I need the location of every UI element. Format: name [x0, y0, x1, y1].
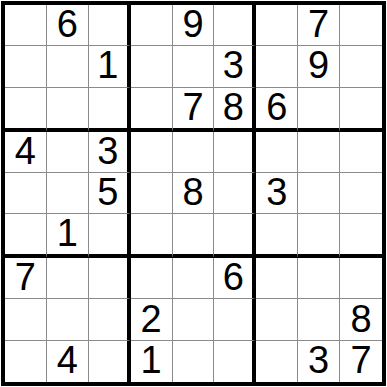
cell-r3c7[interactable]: 6 [256, 88, 298, 132]
cell-r5c3[interactable]: 5 [89, 173, 131, 214]
cell-r6c2[interactable]: 1 [47, 214, 89, 258]
cell-r5c5[interactable]: 8 [173, 173, 215, 214]
cell-r1c2[interactable]: 6 [47, 5, 89, 46]
cell-r6c7[interactable] [256, 214, 298, 258]
cell-r7c9[interactable] [340, 258, 382, 299]
cell-r9c5[interactable] [173, 341, 215, 382]
cell-r1c3[interactable] [89, 5, 131, 46]
cell-r4c6[interactable] [214, 132, 256, 173]
cell-r3c1[interactable] [5, 88, 47, 132]
cell-r2c8[interactable]: 9 [298, 46, 340, 87]
cell-r8c9[interactable]: 8 [340, 299, 382, 340]
cell-r8c1[interactable] [5, 299, 47, 340]
cell-r9c7[interactable] [256, 341, 298, 382]
cell-r9c4[interactable]: 1 [131, 341, 173, 382]
cell-r6c1[interactable] [5, 214, 47, 258]
cell-r3c6[interactable]: 8 [214, 88, 256, 132]
cell-r9c1[interactable] [5, 341, 47, 382]
cell-r8c5[interactable] [173, 299, 215, 340]
cell-r8c3[interactable] [89, 299, 131, 340]
cell-r5c8[interactable] [298, 173, 340, 214]
sudoku-board: 69713978643583176284137 [1, 1, 386, 386]
cell-r2c3[interactable]: 1 [89, 46, 131, 87]
cell-r6c3[interactable] [89, 214, 131, 258]
cell-r7c4[interactable] [131, 258, 173, 299]
cell-r6c9[interactable] [340, 214, 382, 258]
cell-r1c6[interactable] [214, 5, 256, 46]
cell-r4c4[interactable] [131, 132, 173, 173]
cell-r7c6[interactable]: 6 [214, 258, 256, 299]
cell-r6c5[interactable] [173, 214, 215, 258]
cell-r7c7[interactable] [256, 258, 298, 299]
cell-r1c7[interactable] [256, 5, 298, 46]
cell-r1c5[interactable]: 9 [173, 5, 215, 46]
cell-r2c6[interactable]: 3 [214, 46, 256, 87]
cell-r4c8[interactable] [298, 132, 340, 173]
cell-r4c9[interactable] [340, 132, 382, 173]
cell-r3c5[interactable]: 7 [173, 88, 215, 132]
cell-r5c2[interactable] [47, 173, 89, 214]
cell-r7c5[interactable] [173, 258, 215, 299]
cell-r8c2[interactable] [47, 299, 89, 340]
cell-r4c5[interactable] [173, 132, 215, 173]
cell-r3c8[interactable] [298, 88, 340, 132]
cell-r3c9[interactable] [340, 88, 382, 132]
cell-r9c3[interactable] [89, 341, 131, 382]
cell-r1c4[interactable] [131, 5, 173, 46]
cell-r4c1[interactable]: 4 [5, 132, 47, 173]
cell-r2c5[interactable] [173, 46, 215, 87]
cell-r4c3[interactable]: 3 [89, 132, 131, 173]
cell-r9c2[interactable]: 4 [47, 341, 89, 382]
cell-r8c8[interactable] [298, 299, 340, 340]
cell-r2c7[interactable] [256, 46, 298, 87]
cell-r6c6[interactable] [214, 214, 256, 258]
cell-r2c4[interactable] [131, 46, 173, 87]
cell-r5c9[interactable] [340, 173, 382, 214]
cell-r6c8[interactable] [298, 214, 340, 258]
cell-r2c2[interactable] [47, 46, 89, 87]
cell-r3c4[interactable] [131, 88, 173, 132]
cell-r7c8[interactable] [298, 258, 340, 299]
cell-r4c7[interactable] [256, 132, 298, 173]
cell-r9c9[interactable]: 7 [340, 341, 382, 382]
cell-r2c1[interactable] [5, 46, 47, 87]
cell-r9c8[interactable]: 3 [298, 341, 340, 382]
cell-r5c1[interactable] [5, 173, 47, 214]
cell-r8c7[interactable] [256, 299, 298, 340]
cell-r6c4[interactable] [131, 214, 173, 258]
cell-r3c2[interactable] [47, 88, 89, 132]
cell-r2c9[interactable] [340, 46, 382, 87]
cell-r1c8[interactable]: 7 [298, 5, 340, 46]
cell-r1c1[interactable] [5, 5, 47, 46]
cell-r5c7[interactable]: 3 [256, 173, 298, 214]
cell-r7c3[interactable] [89, 258, 131, 299]
cell-r7c1[interactable]: 7 [5, 258, 47, 299]
cell-r8c6[interactable] [214, 299, 256, 340]
cell-r1c9[interactable] [340, 5, 382, 46]
sudoku-page: 69713978643583176284137 [0, 0, 387, 387]
cell-r8c4[interactable]: 2 [131, 299, 173, 340]
cell-r9c6[interactable] [214, 341, 256, 382]
cell-r3c3[interactable] [89, 88, 131, 132]
cell-r5c6[interactable] [214, 173, 256, 214]
cell-r4c2[interactable] [47, 132, 89, 173]
cell-r5c4[interactable] [131, 173, 173, 214]
cell-r7c2[interactable] [47, 258, 89, 299]
